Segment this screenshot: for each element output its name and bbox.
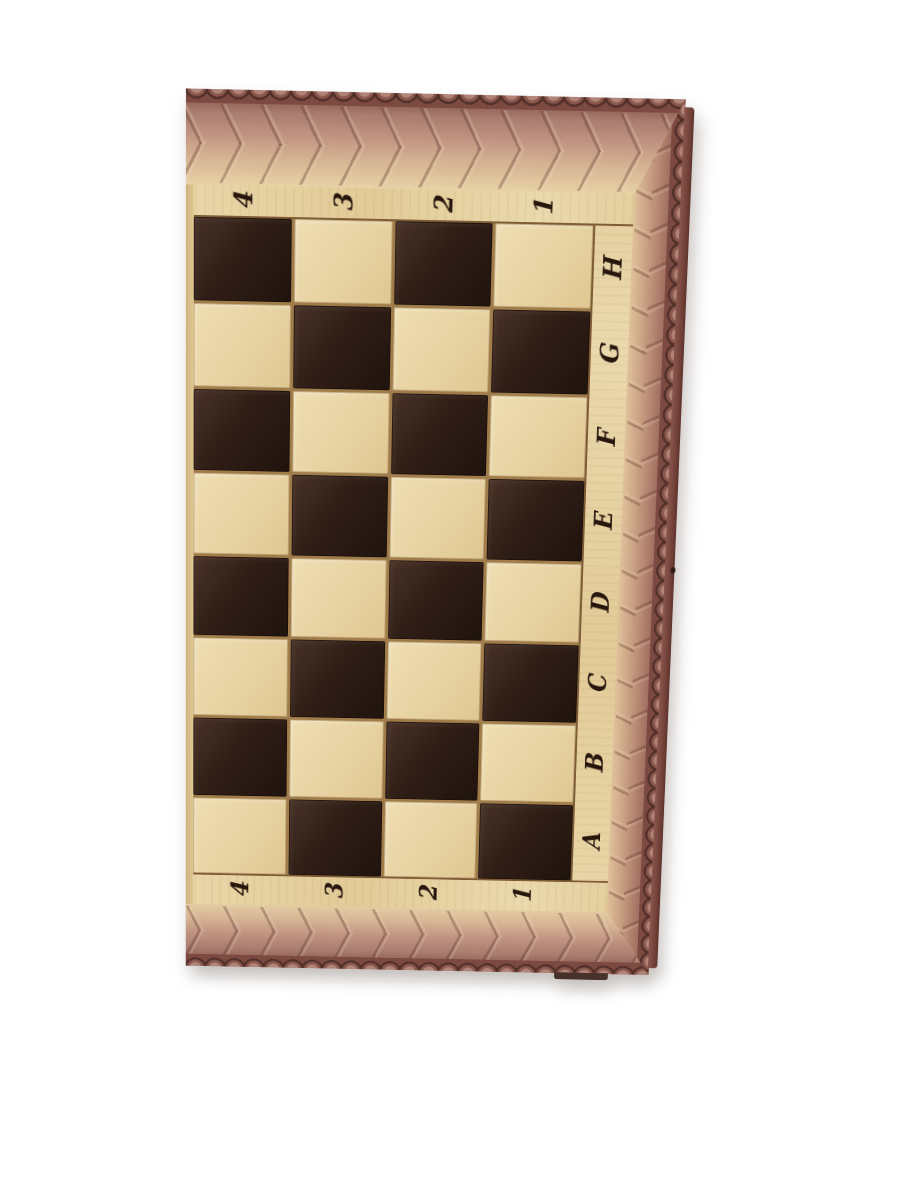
clasp-pin [670,567,675,574]
square-e3[interactable] [291,475,387,557]
square-h1[interactable] [494,223,594,309]
rank-label-top-1: 1 [531,198,557,216]
square-g2[interactable] [392,308,490,392]
square-h4[interactable] [194,217,292,303]
square-a4[interactable] [193,797,286,874]
square-b2[interactable] [385,722,480,801]
square-a3[interactable] [288,799,382,876]
chess-board: 4321 HGFEDCBA 4321 [186,88,686,975]
square-f3[interactable] [292,391,389,474]
rank-label-bottom-3: 3 [322,884,346,900]
square-d3[interactable] [291,558,387,639]
square-c3[interactable] [290,639,385,719]
square-d1[interactable] [485,562,582,643]
rank-label-bottom-4: 4 [228,882,252,898]
photo-scene: 4321 HGFEDCBA 4321 [186,88,698,982]
square-b3[interactable] [289,720,383,799]
file-label-d: D [587,593,613,614]
file-label-b: B [582,754,607,774]
square-b1[interactable] [480,724,575,803]
rank-label-top-2: 2 [431,196,457,214]
square-g3[interactable] [293,306,391,390]
board-frame-bottom [186,904,651,975]
square-e1[interactable] [487,479,585,561]
square-h2[interactable] [394,221,493,307]
rank-label-bottom-1: 1 [510,888,535,904]
file-label-f: F [593,430,619,448]
file-label-h: H [599,257,625,281]
square-e2[interactable] [389,477,486,559]
rank-label-bottom-2: 2 [416,886,441,902]
square-g1[interactable] [491,310,590,394]
square-d4[interactable] [193,556,288,637]
rank-label-top-3: 3 [331,194,357,212]
square-g4[interactable] [194,303,291,388]
board-frame-top [186,88,686,195]
square-f2[interactable] [391,393,489,476]
file-label-c: C [585,675,610,694]
file-label-a: A [579,833,604,851]
square-a2[interactable] [383,801,477,878]
square-f4[interactable] [194,389,290,472]
hinge-foot [554,972,608,980]
square-d2[interactable] [388,560,484,641]
rank-label-top-4: 4 [231,192,257,210]
square-e4[interactable] [194,473,290,555]
square-c2[interactable] [386,641,482,721]
file-label-e: E [590,512,616,531]
board-squares [193,217,593,881]
square-c4[interactable] [193,637,287,717]
square-c1[interactable] [482,643,578,723]
file-label-g: G [596,344,622,366]
square-a1[interactable] [478,803,573,880]
square-b4[interactable] [193,718,287,797]
square-h3[interactable] [294,219,392,305]
square-f1[interactable] [489,395,587,478]
